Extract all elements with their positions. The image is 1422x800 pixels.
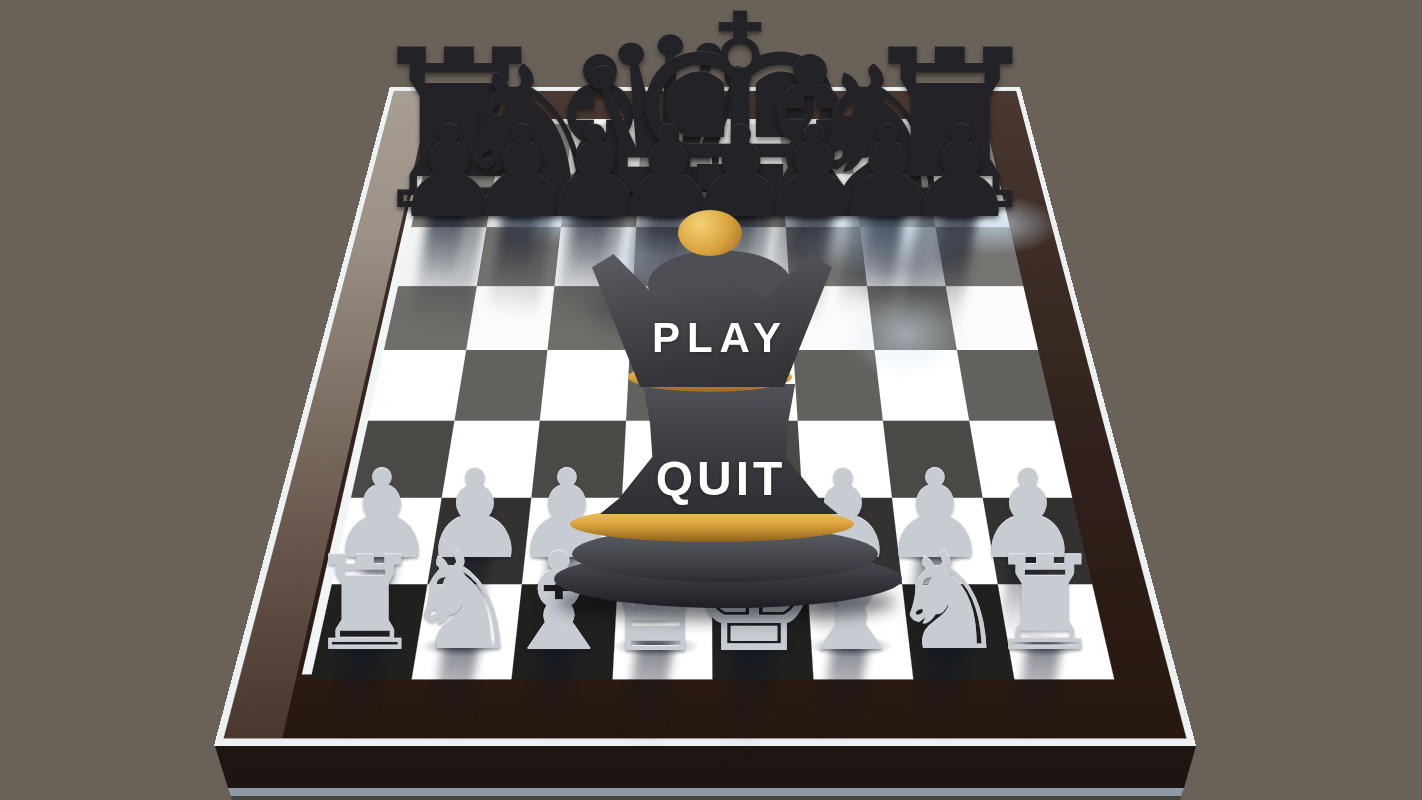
quit-button[interactable]: QUIT <box>656 451 787 506</box>
play-button[interactable]: PLAY <box>652 314 788 362</box>
white-knight-icon: ♞ <box>402 551 522 656</box>
white-rook-icon: ♜ <box>987 554 1104 655</box>
pieces-layer: ♜♞♝♛♚♝♞♜♟♟♟♟♟♟♟♟♟♟♟♟♟♟♟♟♜♞♝♛♚♝♞♜ <box>0 0 1422 800</box>
black-pawn-icon: ♟ <box>905 124 1018 222</box>
game-scene: ♜♞♝♛♚♝♞♜♟♟♟♟♟♟♟♟♟♟♟♟♟♟♟♟♜♞♝♛♚♝♞♜ PLAY QU… <box>0 0 1422 800</box>
